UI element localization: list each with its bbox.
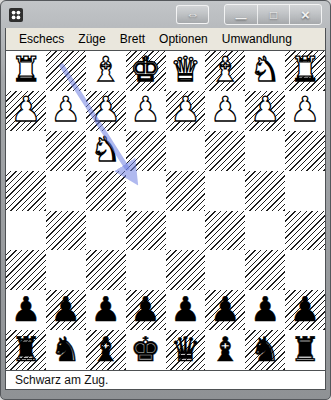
maximize-icon[interactable]: □ bbox=[257, 5, 289, 24]
white-queen: ♛ bbox=[170, 52, 200, 86]
menu-optionen[interactable]: Optionen bbox=[152, 29, 215, 49]
square-d5[interactable] bbox=[166, 211, 206, 251]
square-e4[interactable] bbox=[126, 171, 166, 211]
square-e3[interactable] bbox=[126, 131, 166, 171]
square-c5[interactable] bbox=[205, 211, 245, 251]
white-rook: ♜ bbox=[11, 52, 41, 86]
square-c1[interactable]: ♝ bbox=[205, 51, 245, 91]
black-king: ♚ bbox=[130, 332, 160, 366]
black-pawn: ♟ bbox=[130, 292, 160, 326]
square-b1[interactable]: ♞ bbox=[245, 51, 285, 91]
chess-board: ♜♝♚♛♝♞♜♟♟♟♟♟♟♟♟♞♟♟♟♟♟♟♟♟♜♞♝♚♛♝♞♜ bbox=[6, 51, 325, 370]
black-bishop: ♝ bbox=[90, 332, 120, 366]
square-c8[interactable]: ♝ bbox=[205, 330, 245, 370]
square-c3[interactable] bbox=[205, 131, 245, 171]
square-e7[interactable]: ♟ bbox=[126, 290, 166, 330]
square-a4[interactable] bbox=[285, 171, 325, 211]
square-a6[interactable] bbox=[285, 250, 325, 290]
white-pawn: ♟ bbox=[130, 92, 160, 126]
black-rook: ♜ bbox=[11, 332, 41, 366]
black-knight: ♞ bbox=[250, 332, 280, 366]
square-f6[interactable] bbox=[86, 250, 126, 290]
white-pawn: ♟ bbox=[210, 92, 240, 126]
square-f8[interactable]: ♝ bbox=[86, 330, 126, 370]
close-icon[interactable]: × bbox=[289, 5, 321, 24]
square-h2[interactable]: ♟ bbox=[6, 91, 46, 131]
square-b6[interactable] bbox=[245, 250, 285, 290]
window-content: Eschecs Züge Brett Optionen Umwandlung ♜… bbox=[5, 28, 326, 390]
black-pawn: ♟ bbox=[90, 292, 120, 326]
white-bishop: ♝ bbox=[210, 52, 240, 86]
white-pawn: ♟ bbox=[290, 92, 320, 126]
square-c4[interactable] bbox=[205, 171, 245, 211]
square-g7[interactable]: ♟ bbox=[46, 290, 86, 330]
square-f3[interactable]: ♞ bbox=[86, 131, 126, 171]
square-e1[interactable]: ♚ bbox=[126, 51, 166, 91]
square-c6[interactable] bbox=[205, 250, 245, 290]
black-pawn: ♟ bbox=[11, 292, 41, 326]
title-bar: ⇔ — □ × bbox=[1, 1, 330, 28]
white-bishop: ♝ bbox=[90, 52, 120, 86]
black-knight: ♞ bbox=[51, 332, 81, 366]
square-f2[interactable]: ♟ bbox=[86, 91, 126, 131]
square-a3[interactable] bbox=[285, 131, 325, 171]
menu-zuege[interactable]: Züge bbox=[71, 29, 112, 49]
square-g3[interactable] bbox=[46, 131, 86, 171]
square-g8[interactable]: ♞ bbox=[46, 330, 86, 370]
square-e6[interactable] bbox=[126, 250, 166, 290]
white-pawn: ♟ bbox=[11, 92, 41, 126]
square-g2[interactable]: ♟ bbox=[46, 91, 86, 131]
square-a2[interactable]: ♟ bbox=[285, 91, 325, 131]
menu-umwandlung[interactable]: Umwandlung bbox=[215, 29, 299, 49]
square-g5[interactable] bbox=[46, 211, 86, 251]
square-d8[interactable]: ♛ bbox=[166, 330, 206, 370]
square-h5[interactable] bbox=[6, 211, 46, 251]
square-g4[interactable] bbox=[46, 171, 86, 211]
square-c2[interactable]: ♟ bbox=[205, 91, 245, 131]
black-pawn: ♟ bbox=[170, 292, 200, 326]
square-e2[interactable]: ♟ bbox=[126, 91, 166, 131]
white-rook: ♜ bbox=[290, 52, 320, 86]
square-e5[interactable] bbox=[126, 211, 166, 251]
square-g6[interactable] bbox=[46, 250, 86, 290]
square-h6[interactable] bbox=[6, 250, 46, 290]
square-b8[interactable]: ♞ bbox=[245, 330, 285, 370]
square-d6[interactable] bbox=[166, 250, 206, 290]
black-bishop: ♝ bbox=[210, 332, 240, 366]
square-h3[interactable] bbox=[6, 131, 46, 171]
minimize-icon[interactable]: — bbox=[225, 5, 257, 24]
white-pawn: ♟ bbox=[90, 92, 120, 126]
window-controls: — □ × bbox=[224, 4, 322, 25]
white-knight: ♞ bbox=[90, 132, 120, 166]
status-text: Schwarz am Zug. bbox=[15, 373, 108, 387]
black-queen: ♛ bbox=[170, 332, 200, 366]
square-d7[interactable]: ♟ bbox=[166, 290, 206, 330]
square-f4[interactable] bbox=[86, 171, 126, 211]
square-b4[interactable] bbox=[245, 171, 285, 211]
square-d2[interactable]: ♟ bbox=[166, 91, 206, 131]
square-d3[interactable] bbox=[166, 131, 206, 171]
square-a5[interactable] bbox=[285, 211, 325, 251]
square-f1[interactable]: ♝ bbox=[86, 51, 126, 91]
square-b2[interactable]: ♟ bbox=[245, 91, 285, 131]
square-a8[interactable]: ♜ bbox=[285, 330, 325, 370]
square-b3[interactable] bbox=[245, 131, 285, 171]
white-pawn: ♟ bbox=[51, 92, 81, 126]
square-f5[interactable] bbox=[86, 211, 126, 251]
square-b7[interactable]: ♟ bbox=[245, 290, 285, 330]
menu-bar: Eschecs Züge Brett Optionen Umwandlung bbox=[6, 28, 325, 51]
black-rook: ♜ bbox=[290, 332, 320, 366]
square-d1[interactable]: ♛ bbox=[166, 51, 206, 91]
white-pawn: ♟ bbox=[250, 92, 280, 126]
square-d4[interactable] bbox=[166, 171, 206, 211]
board-area: ♜♝♚♛♝♞♜♟♟♟♟♟♟♟♟♞♟♟♟♟♟♟♟♟♜♞♝♚♛♝♞♜ bbox=[6, 51, 325, 370]
square-h1[interactable]: ♜ bbox=[6, 51, 46, 91]
titlebar-buttons: ⇔ — □ × bbox=[176, 4, 322, 25]
square-g1[interactable] bbox=[46, 51, 86, 91]
white-pawn: ♟ bbox=[170, 92, 200, 126]
menu-brett[interactable]: Brett bbox=[113, 29, 152, 49]
white-knight: ♞ bbox=[250, 52, 280, 86]
black-pawn: ♟ bbox=[210, 292, 240, 326]
flip-board-icon[interactable]: ⇔ bbox=[176, 5, 209, 24]
square-a7[interactable]: ♟ bbox=[285, 290, 325, 330]
black-pawn: ♟ bbox=[51, 292, 81, 326]
black-pawn: ♟ bbox=[250, 292, 280, 326]
square-c7[interactable]: ♟ bbox=[205, 290, 245, 330]
square-f7[interactable]: ♟ bbox=[86, 290, 126, 330]
black-pawn: ♟ bbox=[290, 292, 320, 326]
square-h4[interactable] bbox=[6, 171, 46, 211]
menu-eschecs[interactable]: Eschecs bbox=[12, 29, 71, 49]
square-e8[interactable]: ♚ bbox=[126, 330, 166, 370]
status-bar: Schwarz am Zug. bbox=[6, 370, 325, 389]
square-h8[interactable]: ♜ bbox=[6, 330, 46, 370]
square-a1[interactable]: ♜ bbox=[285, 51, 325, 91]
white-king: ♚ bbox=[130, 52, 160, 86]
app-icon bbox=[9, 8, 23, 22]
square-b5[interactable] bbox=[245, 211, 285, 251]
square-h7[interactable]: ♟ bbox=[6, 290, 46, 330]
eschecs-window: ⇔ — □ × Eschecs Züge Brett Optionen Umwa… bbox=[0, 0, 331, 400]
